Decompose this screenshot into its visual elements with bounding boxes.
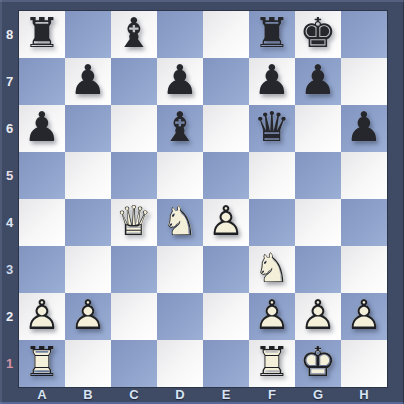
file-label-b: B <box>65 387 111 404</box>
square-b8[interactable] <box>65 11 111 58</box>
piece-black-queen-icon[interactable]: ♛ <box>249 105 295 152</box>
piece-black-pawn-icon[interactable]: ♟ <box>341 105 387 152</box>
square-e2[interactable] <box>203 293 249 340</box>
square-e3[interactable] <box>203 246 249 293</box>
piece-black-rook-icon[interactable]: ♜ <box>249 11 295 58</box>
square-a1[interactable]: ♜♖ <box>19 340 65 387</box>
square-g8[interactable]: ♚ <box>295 11 341 58</box>
white-piece-outline: ♘ <box>249 246 295 293</box>
file-label-f: F <box>249 387 295 404</box>
rank-labels: 87654321 <box>0 11 19 387</box>
black-piece-fill: ♛ <box>249 105 295 152</box>
square-b7[interactable]: ♟ <box>65 58 111 105</box>
square-f7[interactable]: ♟ <box>249 58 295 105</box>
square-h3[interactable] <box>341 246 387 293</box>
piece-white-pawn-icon[interactable]: ♟♙ <box>65 293 111 340</box>
square-b1[interactable] <box>65 340 111 387</box>
square-b5[interactable] <box>65 152 111 199</box>
white-piece-outline: ♕ <box>111 199 157 246</box>
rank-label-8: 8 <box>0 11 19 58</box>
square-e6[interactable] <box>203 105 249 152</box>
black-piece-fill: ♜ <box>19 11 65 58</box>
square-a5[interactable] <box>19 152 65 199</box>
square-d6[interactable]: ♝ <box>157 105 203 152</box>
square-f8[interactable]: ♜ <box>249 11 295 58</box>
piece-white-rook-icon[interactable]: ♜♖ <box>249 340 295 387</box>
square-f2[interactable]: ♟♙ <box>249 293 295 340</box>
square-a4[interactable] <box>19 199 65 246</box>
square-c8[interactable]: ♝ <box>111 11 157 58</box>
piece-white-queen-icon[interactable]: ♛♕ <box>111 199 157 246</box>
black-piece-fill: ♟ <box>249 58 295 105</box>
black-piece-fill: ♚ <box>295 11 341 58</box>
square-h5[interactable] <box>341 152 387 199</box>
square-f3[interactable]: ♞♘ <box>249 246 295 293</box>
square-g4[interactable] <box>295 199 341 246</box>
square-c2[interactable] <box>111 293 157 340</box>
square-e4[interactable]: ♟♙ <box>203 199 249 246</box>
white-piece-outline: ♖ <box>19 340 65 387</box>
piece-white-pawn-icon[interactable]: ♟♙ <box>341 293 387 340</box>
square-d1[interactable] <box>157 340 203 387</box>
white-piece-outline: ♙ <box>249 293 295 340</box>
white-piece-outline: ♙ <box>295 293 341 340</box>
square-c6[interactable] <box>111 105 157 152</box>
square-c1[interactable] <box>111 340 157 387</box>
white-piece-outline: ♙ <box>203 199 249 246</box>
black-piece-fill: ♟ <box>341 105 387 152</box>
black-piece-fill: ♜ <box>249 11 295 58</box>
rank-label-2: 2 <box>0 293 19 340</box>
file-label-g: G <box>295 387 341 404</box>
square-d5[interactable] <box>157 152 203 199</box>
square-f5[interactable] <box>249 152 295 199</box>
piece-black-king-icon[interactable]: ♚ <box>295 11 341 58</box>
piece-white-pawn-icon[interactable]: ♟♙ <box>249 293 295 340</box>
square-h7[interactable] <box>341 58 387 105</box>
square-a8[interactable]: ♜ <box>19 11 65 58</box>
file-label-e: E <box>203 387 249 404</box>
square-a2[interactable]: ♟♙ <box>19 293 65 340</box>
rank-label-1: 1 <box>0 340 19 387</box>
piece-black-pawn-icon[interactable]: ♟ <box>19 105 65 152</box>
square-e7[interactable] <box>203 58 249 105</box>
piece-white-pawn-icon[interactable]: ♟♙ <box>295 293 341 340</box>
piece-black-bishop-icon[interactable]: ♝ <box>157 105 203 152</box>
file-label-h: H <box>341 387 387 404</box>
piece-black-bishop-icon[interactable]: ♝ <box>111 11 157 58</box>
square-c3[interactable] <box>111 246 157 293</box>
black-piece-fill: ♟ <box>19 105 65 152</box>
piece-black-pawn-icon[interactable]: ♟ <box>295 58 341 105</box>
square-d7[interactable]: ♟ <box>157 58 203 105</box>
black-piece-fill: ♝ <box>157 105 203 152</box>
rank-label-6: 6 <box>0 105 19 152</box>
square-g2[interactable]: ♟♙ <box>295 293 341 340</box>
square-g5[interactable] <box>295 152 341 199</box>
file-labels: ABCDEFGH <box>19 387 387 404</box>
square-d8[interactable] <box>157 11 203 58</box>
square-h6[interactable]: ♟ <box>341 105 387 152</box>
square-f1[interactable]: ♜♖ <box>249 340 295 387</box>
piece-white-rook-icon[interactable]: ♜♖ <box>19 340 65 387</box>
file-label-d: D <box>157 387 203 404</box>
square-f4[interactable] <box>249 199 295 246</box>
rank-label-7: 7 <box>0 58 19 105</box>
file-label-c: C <box>111 387 157 404</box>
white-piece-outline: ♘ <box>157 199 203 246</box>
white-piece-outline: ♔ <box>295 340 341 387</box>
black-piece-fill: ♟ <box>157 58 203 105</box>
piece-white-knight-icon[interactable]: ♞♘ <box>157 199 203 246</box>
square-b3[interactable] <box>65 246 111 293</box>
rank-label-4: 4 <box>0 199 19 246</box>
square-a7[interactable] <box>19 58 65 105</box>
square-g1[interactable]: ♚♔ <box>295 340 341 387</box>
black-piece-fill: ♟ <box>295 58 341 105</box>
file-label-a: A <box>19 387 65 404</box>
square-h1[interactable] <box>341 340 387 387</box>
chess-app-window: 87654321 ♜♝♜♚♟♟♟♟♟♝♛♟♛♕♞♘♟♙♞♘♟♙♟♙♟♙♟♙♟♙♜… <box>0 0 404 404</box>
black-piece-fill: ♝ <box>111 11 157 58</box>
piece-black-pawn-icon[interactable]: ♟ <box>157 58 203 105</box>
white-piece-outline: ♖ <box>249 340 295 387</box>
square-e1[interactable] <box>203 340 249 387</box>
rank-label-5: 5 <box>0 152 19 199</box>
square-h8[interactable] <box>341 11 387 58</box>
white-piece-outline: ♙ <box>65 293 111 340</box>
square-c7[interactable] <box>111 58 157 105</box>
piece-black-rook-icon[interactable]: ♜ <box>19 11 65 58</box>
piece-black-pawn-icon[interactable]: ♟ <box>249 58 295 105</box>
square-g3[interactable] <box>295 246 341 293</box>
square-a3[interactable] <box>19 246 65 293</box>
square-g6[interactable] <box>295 105 341 152</box>
chess-board[interactable]: ♜♝♜♚♟♟♟♟♟♝♛♟♛♕♞♘♟♙♞♘♟♙♟♙♟♙♟♙♟♙♜♖♜♖♚♔ <box>19 11 387 387</box>
square-g7[interactable]: ♟ <box>295 58 341 105</box>
piece-white-king-icon[interactable]: ♚♔ <box>295 340 341 387</box>
square-f6[interactable]: ♛ <box>249 105 295 152</box>
white-piece-outline: ♙ <box>341 293 387 340</box>
piece-black-pawn-icon[interactable]: ♟ <box>65 58 111 105</box>
square-a6[interactable]: ♟ <box>19 105 65 152</box>
square-d3[interactable] <box>157 246 203 293</box>
square-h2[interactable]: ♟♙ <box>341 293 387 340</box>
square-b6[interactable] <box>65 105 111 152</box>
rank-label-3: 3 <box>0 246 19 293</box>
square-h4[interactable] <box>341 199 387 246</box>
square-c5[interactable] <box>111 152 157 199</box>
square-c4[interactable]: ♛♕ <box>111 199 157 246</box>
piece-white-pawn-icon[interactable]: ♟♙ <box>19 293 65 340</box>
square-d2[interactable] <box>157 293 203 340</box>
piece-white-knight-icon[interactable]: ♞♘ <box>249 246 295 293</box>
piece-white-pawn-icon[interactable]: ♟♙ <box>203 199 249 246</box>
square-e5[interactable] <box>203 152 249 199</box>
square-e8[interactable] <box>203 11 249 58</box>
square-b4[interactable] <box>65 199 111 246</box>
black-piece-fill: ♟ <box>65 58 111 105</box>
white-piece-outline: ♙ <box>19 293 65 340</box>
square-d4[interactable]: ♞♘ <box>157 199 203 246</box>
square-b2[interactable]: ♟♙ <box>65 293 111 340</box>
